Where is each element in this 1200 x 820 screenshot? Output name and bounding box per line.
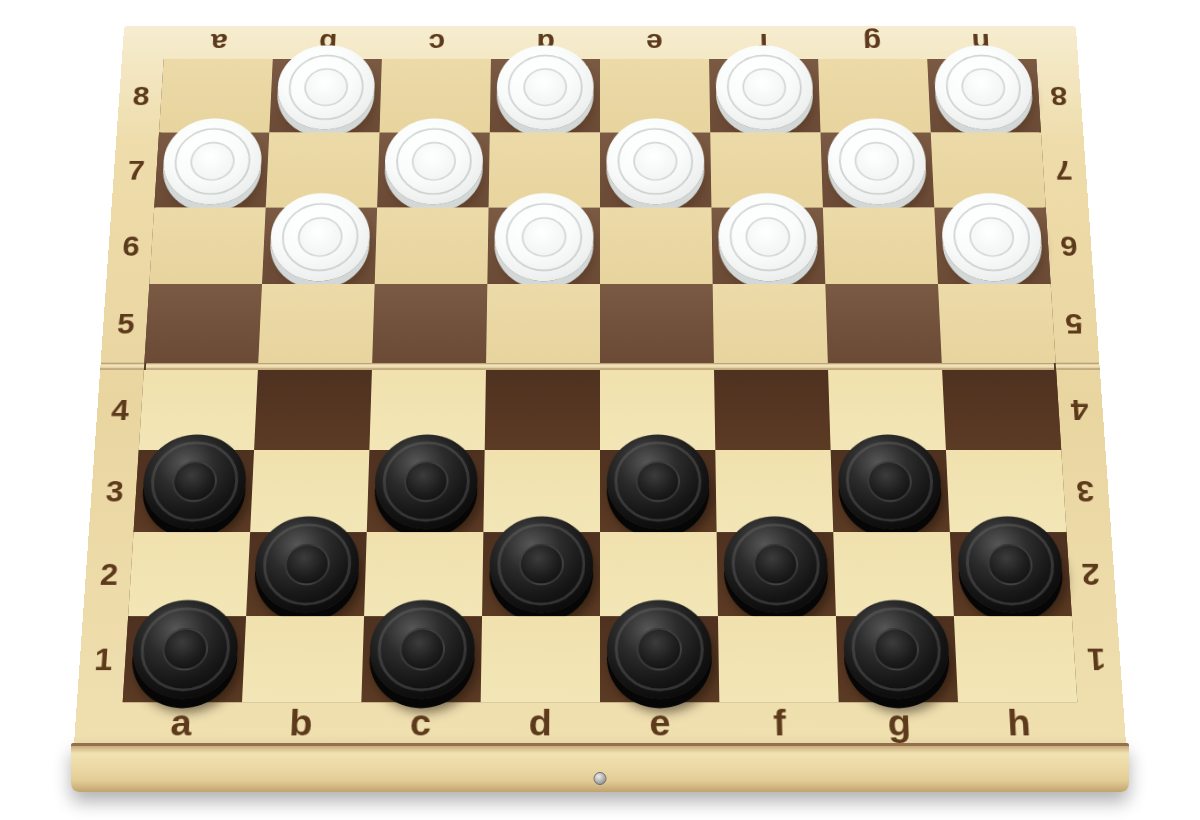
square-b8[interactable]: [269, 59, 382, 132]
piece-white-f6[interactable]: [718, 193, 819, 281]
square-f2[interactable]: [717, 532, 836, 616]
piece-black-c1[interactable]: [368, 600, 475, 699]
square-h8[interactable]: [927, 59, 1041, 132]
square-b6[interactable]: [262, 208, 377, 285]
square-f4[interactable]: [714, 370, 831, 450]
square-f6[interactable]: [711, 208, 825, 285]
rank-label-left-5: 5: [101, 284, 150, 362]
file-label-bottom-c: c: [360, 702, 481, 744]
square-b2[interactable]: [246, 532, 367, 616]
corner-top-right: [1034, 26, 1078, 59]
square-d6[interactable]: [487, 208, 600, 285]
rank-label-right-2: 2: [1066, 532, 1117, 616]
hinge-seam: [100, 363, 1100, 370]
square-a1[interactable]: [123, 616, 246, 702]
piece-black-e3[interactable]: [607, 434, 710, 528]
square-f8[interactable]: [709, 59, 820, 132]
square-e6[interactable]: [600, 208, 713, 285]
piece-black-c3[interactable]: [374, 434, 479, 528]
photo-background: abcdefgh8877665544332211abcdefgh: [0, 0, 1200, 820]
rank-label-right-7: 7: [1041, 133, 1089, 208]
file-label-bottom-a: a: [120, 702, 242, 744]
file-label-top-c: c: [382, 26, 492, 59]
file-label-bottom-h: h: [958, 702, 1080, 744]
square-a3[interactable]: [134, 450, 255, 532]
hinge-screw: [594, 772, 607, 785]
square-c1[interactable]: [361, 616, 482, 702]
file-label-bottom-d: d: [480, 702, 600, 744]
rank-label-left-1: 1: [77, 616, 128, 702]
file-label-bottom-e: e: [600, 702, 720, 744]
rank-label-right-8: 8: [1036, 59, 1083, 132]
file-label-bottom-b: b: [240, 702, 361, 744]
rank-label-right-1: 1: [1072, 616, 1123, 702]
file-label-bottom-g: g: [839, 702, 960, 744]
square-a6[interactable]: [149, 208, 265, 285]
rank-label-left-7: 7: [112, 133, 160, 208]
square-e3[interactable]: [600, 450, 717, 532]
corner-bottom-left: [74, 702, 123, 744]
square-c6[interactable]: [375, 208, 489, 285]
rank-label-right-3: 3: [1061, 450, 1111, 532]
square-h5[interactable]: [938, 284, 1056, 362]
rank-label-left-4: 4: [95, 370, 144, 450]
square-g1[interactable]: [836, 616, 958, 702]
square-a5[interactable]: [144, 284, 262, 362]
square-d4[interactable]: [485, 370, 600, 450]
square-f5[interactable]: [713, 284, 828, 362]
piece-black-e1[interactable]: [607, 600, 712, 699]
file-label-top-g: g: [817, 26, 927, 59]
square-f1[interactable]: [718, 616, 839, 702]
rank-label-left-3: 3: [89, 450, 139, 532]
square-b1[interactable]: [242, 616, 364, 702]
piece-white-b8[interactable]: [276, 45, 376, 129]
file-label-bottom-f: f: [719, 702, 840, 744]
square-d1[interactable]: [481, 616, 600, 702]
rank-label-right-5: 5: [1051, 284, 1100, 362]
square-h2[interactable]: [950, 532, 1072, 616]
piece-white-f8[interactable]: [715, 45, 814, 129]
piece-white-d6[interactable]: [494, 193, 594, 281]
square-d2[interactable]: [482, 532, 600, 616]
square-g7[interactable]: [820, 133, 934, 208]
square-e7[interactable]: [600, 133, 711, 208]
square-d8[interactable]: [490, 59, 600, 132]
square-c7[interactable]: [377, 133, 490, 208]
piece-white-c7[interactable]: [384, 118, 484, 204]
box-front-edge: [71, 743, 1129, 792]
square-c3[interactable]: [367, 450, 485, 532]
square-g3[interactable]: [831, 450, 950, 532]
square-b5[interactable]: [258, 284, 374, 362]
rank-label-right-6: 6: [1046, 208, 1094, 285]
square-g5[interactable]: [825, 284, 941, 362]
piece-white-b6[interactable]: [269, 193, 371, 281]
square-e1[interactable]: [600, 616, 719, 702]
checkers-board: abcdefgh8877665544332211abcdefgh: [74, 26, 1126, 744]
square-h1[interactable]: [954, 616, 1077, 702]
file-label-top-a: a: [164, 26, 275, 59]
square-h4[interactable]: [942, 370, 1061, 450]
corner-bottom-right: [1077, 702, 1126, 744]
square-e5[interactable]: [600, 284, 714, 362]
square-d5[interactable]: [486, 284, 600, 362]
rank-label-right-4: 4: [1056, 370, 1105, 450]
rank-label-left-2: 2: [83, 532, 134, 616]
square-a7[interactable]: [154, 133, 269, 208]
square-c5[interactable]: [372, 284, 487, 362]
square-g6[interactable]: [823, 208, 938, 285]
square-h6[interactable]: [934, 208, 1050, 285]
square-b4[interactable]: [254, 370, 372, 450]
rank-label-left-8: 8: [117, 59, 164, 132]
piece-black-d2[interactable]: [489, 516, 593, 613]
file-label-top-e: e: [600, 26, 709, 59]
piece-white-e7[interactable]: [606, 118, 704, 204]
corner-top-left: [122, 26, 166, 59]
piece-white-d8[interactable]: [496, 45, 593, 129]
rank-label-left-6: 6: [106, 208, 154, 285]
